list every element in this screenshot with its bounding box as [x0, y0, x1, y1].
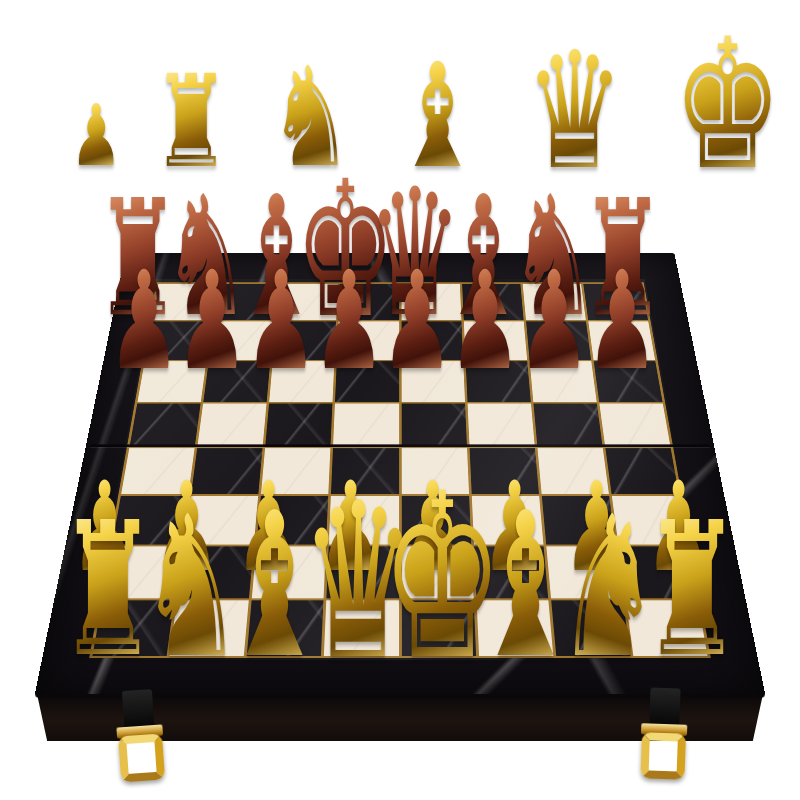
- board-piece-bronze-pawn: ♟: [383, 258, 451, 366]
- clasp-loop-icon: [118, 733, 165, 782]
- near-back-rank: ♜♞♝♛♚♝♞♜: [66, 440, 734, 652]
- clasp-left: [111, 688, 169, 782]
- lineup-piece-gold-rook: ♜: [134, 58, 249, 164]
- board-piece-bronze-pawn: ♟: [451, 258, 519, 366]
- far-pawn-rank: ♟♟♟♟♟♟♟♟: [110, 258, 656, 366]
- lineup-piece-gold-king: ♚: [647, 15, 800, 164]
- board-piece-bronze-pawn: ♟: [110, 258, 178, 366]
- board-piece-gold-bishop: ♝: [484, 440, 568, 652]
- board-piece-gold-rook: ♜: [651, 440, 735, 652]
- board-piece-bronze-pawn: ♟: [247, 258, 315, 366]
- bronze-pawn-icon: ♟: [312, 253, 385, 389]
- bronze-pawn-icon: ♟: [517, 253, 590, 389]
- bronze-pawn-icon: ♟: [381, 253, 454, 389]
- chess-set-product-photo: ♟♜♞♝♛♚♚♛♝♞♜♟ ♜♞♝♚♛♝♞♜ ♟♟♟♟♟♟♟♟ ♟♟♟♟♟♟♟♟ …: [0, 0, 800, 800]
- gold-king-icon: ♚: [673, 15, 783, 195]
- board-piece-bronze-pawn: ♟: [178, 258, 246, 366]
- clasp-right: [636, 687, 691, 780]
- bronze-pawn-icon: ♟: [585, 253, 658, 389]
- board-piece-bronze-pawn: ♟: [520, 258, 588, 366]
- clasp-plate-icon: [649, 688, 680, 729]
- board-piece-gold-rook: ♜: [66, 440, 150, 652]
- board-piece-gold-knight: ♞: [567, 440, 651, 652]
- board-piece-bronze-pawn: ♟: [588, 258, 656, 366]
- bronze-pawn-icon: ♟: [449, 253, 522, 389]
- clasp-loop-icon: [640, 732, 686, 780]
- lineup-piece-gold-queen: ♛: [502, 30, 647, 164]
- board-piece-bronze-pawn: ♟: [315, 258, 383, 366]
- lineup-piece-gold-pawn: ♟: [58, 93, 134, 164]
- gold-rook-icon: ♜: [643, 498, 743, 683]
- bronze-pawn-icon: ♟: [176, 253, 249, 389]
- bronze-pawn-icon: ♟: [108, 253, 181, 389]
- bronze-pawn-icon: ♟: [244, 253, 317, 389]
